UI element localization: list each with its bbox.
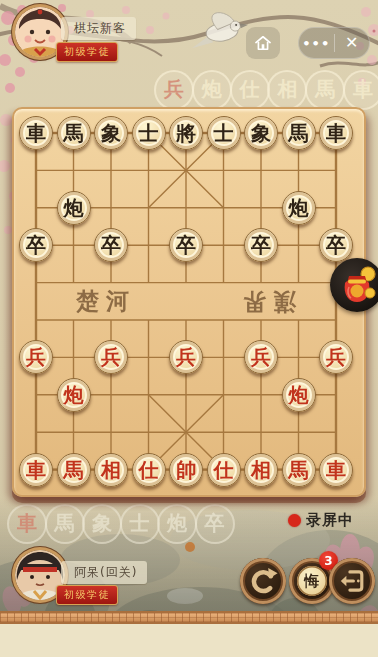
watermark-piece: 象 bbox=[82, 504, 122, 544]
watermark-piece: 相 bbox=[267, 70, 307, 110]
restart-button[interactable] bbox=[240, 558, 286, 604]
piece-red-f1r7[interactable]: 兵 bbox=[19, 340, 53, 374]
watermark-piece: 炮 bbox=[157, 504, 197, 544]
piece-red-f5r10[interactable]: 帥 bbox=[169, 453, 203, 487]
fret-border-strip bbox=[0, 611, 378, 624]
bottom-player-name: 阿呆(回关) bbox=[61, 561, 147, 584]
restart-icon bbox=[248, 566, 278, 596]
piece-black-f3r4[interactable]: 卒 bbox=[94, 228, 128, 262]
recording-dot-icon bbox=[288, 514, 301, 527]
piece-red-f1r10[interactable]: 車 bbox=[19, 453, 53, 487]
piece-black-f8r1[interactable]: 馬 bbox=[282, 116, 316, 150]
watermark-piece: 炮 bbox=[192, 70, 232, 110]
home-icon bbox=[253, 33, 273, 53]
watermark-piece: 馬 bbox=[45, 504, 85, 544]
top-player-name: 棋坛新客 bbox=[61, 17, 136, 40]
piece-red-f2r8[interactable]: 炮 bbox=[57, 378, 91, 412]
piece-black-f1r1[interactable]: 車 bbox=[19, 116, 53, 150]
piece-black-f4r1[interactable]: 士 bbox=[132, 116, 166, 150]
top-watermark-row: 兵炮仕相馬車 bbox=[0, 70, 378, 110]
miniprogram-capsule: ••• ✕ bbox=[298, 27, 370, 59]
xiangqi-board[interactable]: 楚河 漢界 車馬象士將士象馬車炮炮卒卒卒卒卒兵兵兵兵兵炮炮車馬相仕帥仕相馬車 bbox=[12, 107, 366, 497]
piece-black-f1r4[interactable]: 卒 bbox=[19, 228, 53, 262]
watermark-piece: 車 bbox=[7, 504, 47, 544]
piece-black-f5r1[interactable]: 將 bbox=[169, 116, 203, 150]
bottom-background-strip bbox=[0, 624, 378, 657]
watermark-piece: 士 bbox=[120, 504, 160, 544]
home-button[interactable] bbox=[246, 27, 280, 59]
watermark-piece: 卒 bbox=[195, 504, 235, 544]
piece-red-f3r10[interactable]: 相 bbox=[94, 453, 128, 487]
piece-black-f9r4[interactable]: 卒 bbox=[319, 228, 353, 262]
bottom-player-rank-badge: 初级学徒 bbox=[56, 585, 118, 605]
watermark-piece: 仕 bbox=[230, 70, 270, 110]
piece-red-f8r10[interactable]: 馬 bbox=[282, 453, 316, 487]
piece-black-f3r1[interactable]: 象 bbox=[94, 116, 128, 150]
watermark-piece: 車 bbox=[343, 70, 378, 110]
exit-button[interactable] bbox=[329, 558, 375, 604]
piece-black-f7r1[interactable]: 象 bbox=[244, 116, 278, 150]
watermark-piece: 兵 bbox=[154, 70, 194, 110]
piece-red-f2r10[interactable]: 馬 bbox=[57, 453, 91, 487]
piece-red-f7r7[interactable]: 兵 bbox=[244, 340, 278, 374]
undo-piece-disc: 悔 bbox=[297, 566, 327, 596]
close-button[interactable]: ✕ bbox=[335, 35, 370, 51]
piece-black-f2r1[interactable]: 馬 bbox=[57, 116, 91, 150]
piece-red-f7r10[interactable]: 相 bbox=[244, 453, 278, 487]
watermark-piece: 馬 bbox=[305, 70, 345, 110]
piece-black-f7r4[interactable]: 卒 bbox=[244, 228, 278, 262]
recording-label: 录屏中 bbox=[306, 511, 354, 530]
red-packet-icon bbox=[335, 263, 378, 307]
piece-red-f9r10[interactable]: 車 bbox=[319, 453, 353, 487]
more-options-button[interactable]: ••• bbox=[299, 37, 334, 50]
piece-red-f5r7[interactable]: 兵 bbox=[169, 340, 203, 374]
piece-red-f8r8[interactable]: 炮 bbox=[282, 378, 316, 412]
red-packet-button[interactable] bbox=[330, 258, 378, 312]
piece-black-f9r1[interactable]: 車 bbox=[319, 116, 353, 150]
exit-door-icon bbox=[338, 567, 366, 595]
piece-red-f6r10[interactable]: 仕 bbox=[207, 453, 241, 487]
piece-black-f8r3[interactable]: 炮 bbox=[282, 191, 316, 225]
piece-red-f9r7[interactable]: 兵 bbox=[319, 340, 353, 374]
piece-black-f2r3[interactable]: 炮 bbox=[57, 191, 91, 225]
top-player-rank-badge: 初级学徒 bbox=[56, 42, 118, 62]
piece-red-f4r10[interactable]: 仕 bbox=[132, 453, 166, 487]
screen-recording-indicator: 录屏中 bbox=[288, 511, 354, 530]
piece-black-f6r1[interactable]: 士 bbox=[207, 116, 241, 150]
board-pieces: 車馬象士將士象馬車炮炮卒卒卒卒卒兵兵兵兵兵炮炮車馬相仕帥仕相馬車 bbox=[14, 109, 368, 499]
bird-art bbox=[188, 9, 251, 49]
piece-black-f5r4[interactable]: 卒 bbox=[169, 228, 203, 262]
piece-red-f3r7[interactable]: 兵 bbox=[94, 340, 128, 374]
